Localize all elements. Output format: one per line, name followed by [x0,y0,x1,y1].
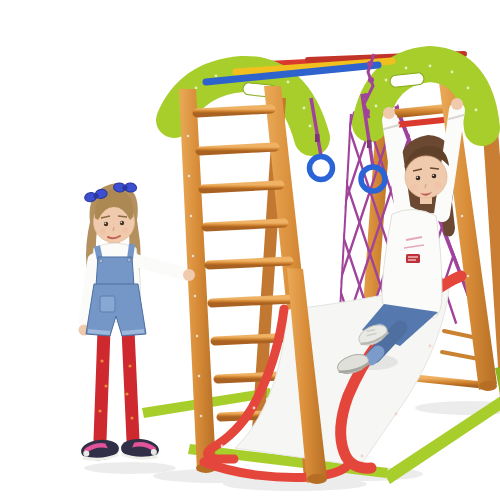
right-child-hand-left [383,107,395,119]
left-child [79,181,196,462]
product-photo: Two little girls with a children's woode… [40,16,500,500]
right-child-sweater [382,209,442,318]
left-child-sneaker-left [80,438,120,462]
left-child-sneaker-right [120,438,159,461]
gym-ring-left [310,157,333,180]
left-child-hand-on-ladder [183,269,195,281]
play-gym-scene [40,16,500,500]
right-child-hand-right [451,98,463,110]
right-child-head [405,156,447,198]
